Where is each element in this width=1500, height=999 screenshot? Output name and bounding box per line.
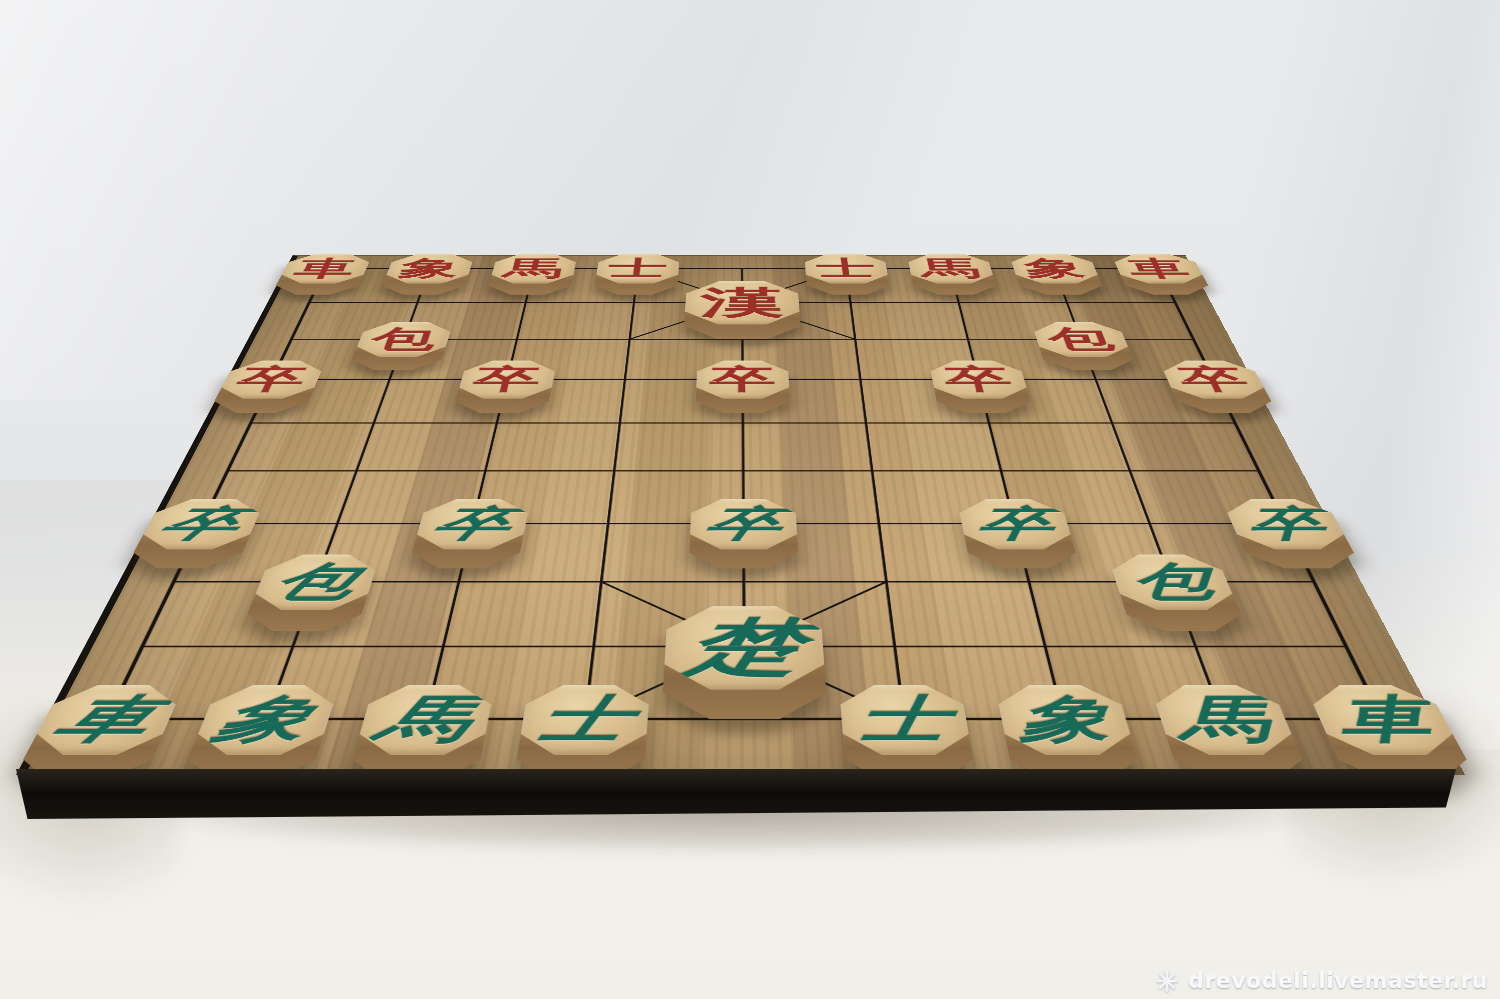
piece-han-elephant[interactable]: 象 xyxy=(383,254,475,284)
piece-cho-pawn[interactable]: 卒 xyxy=(956,499,1075,549)
watermark-text: drevodeli.livemaster.ru xyxy=(1188,968,1488,993)
piece-cho-pawn[interactable]: 卒 xyxy=(135,499,265,549)
piece-han-pawn[interactable]: 卒 xyxy=(456,361,557,399)
piece-cho-pawn[interactable]: 卒 xyxy=(1221,499,1352,549)
watermark: drevodeli.livemaster.ru xyxy=(1155,968,1488,993)
piece-top-face: 卒 xyxy=(689,499,797,549)
piece-han-pawn[interactable]: 卒 xyxy=(216,361,327,399)
piece-cho-pawn[interactable]: 卒 xyxy=(689,499,797,549)
piece-han-horse[interactable]: 馬 xyxy=(489,254,578,284)
piece-cho-horse[interactable]: 馬 xyxy=(1149,685,1300,755)
piece-han-pawn[interactable]: 卒 xyxy=(928,361,1030,399)
piece-top-face: 漢 xyxy=(684,281,800,324)
piece-top-face: 卒 xyxy=(696,361,790,399)
piece-cho-general[interactable]: 楚 xyxy=(663,606,826,689)
piece-han-guard[interactable]: 士 xyxy=(595,254,680,284)
piece-cho-guard[interactable]: 士 xyxy=(517,685,650,755)
piece-cho-guard[interactable]: 士 xyxy=(839,685,973,755)
piece-cho-cannon[interactable]: 包 xyxy=(1107,555,1239,611)
piece-han-cannon[interactable]: 包 xyxy=(353,322,454,357)
piece-cho-elephant[interactable]: 象 xyxy=(994,685,1136,755)
perspective-container: 車象馬士士馬象車漢包包卒卒卒卒卒卒卒卒卒卒包包楚車象馬士士象馬車 xyxy=(0,0,1500,999)
piece-han-chariot[interactable]: 車 xyxy=(1111,254,1207,284)
piece-cho-pawn[interactable]: 卒 xyxy=(412,499,530,549)
piece-han-cannon[interactable]: 包 xyxy=(1031,322,1132,357)
piece-han-pawn[interactable]: 卒 xyxy=(1159,361,1270,399)
piece-cho-elephant[interactable]: 象 xyxy=(190,685,340,755)
piece-han-horse[interactable]: 馬 xyxy=(906,254,995,284)
photo-scene: 車象馬士士馬象車漢包包卒卒卒卒卒卒卒卒卒卒包包楚車象馬士士象馬車 drevode… xyxy=(0,0,1500,999)
piece-cho-cannon[interactable]: 包 xyxy=(249,555,381,611)
piece-han-chariot[interactable]: 車 xyxy=(277,254,373,284)
piece-cho-chariot[interactable]: 車 xyxy=(26,685,185,755)
janggi-board: 車象馬士士馬象車漢包包卒卒卒卒卒卒卒卒卒卒包包楚車象馬士士象馬車 xyxy=(16,255,1465,775)
piece-han-guard[interactable]: 士 xyxy=(804,254,889,284)
piece-cho-chariot[interactable]: 車 xyxy=(1305,685,1464,755)
piece-glyph: 漢 xyxy=(684,281,800,324)
rosette-icon xyxy=(1155,969,1179,993)
piece-han-pawn[interactable]: 卒 xyxy=(696,361,790,399)
piece-cho-horse[interactable]: 馬 xyxy=(353,685,494,755)
piece-glyph: 卒 xyxy=(696,361,790,399)
piece-han-elephant[interactable]: 象 xyxy=(1009,254,1102,284)
piece-layer: 車象馬士士馬象車漢包包卒卒卒卒卒卒卒卒卒卒包包楚車象馬士士象馬車 xyxy=(25,256,1465,775)
piece-han-general[interactable]: 漢 xyxy=(684,281,800,324)
